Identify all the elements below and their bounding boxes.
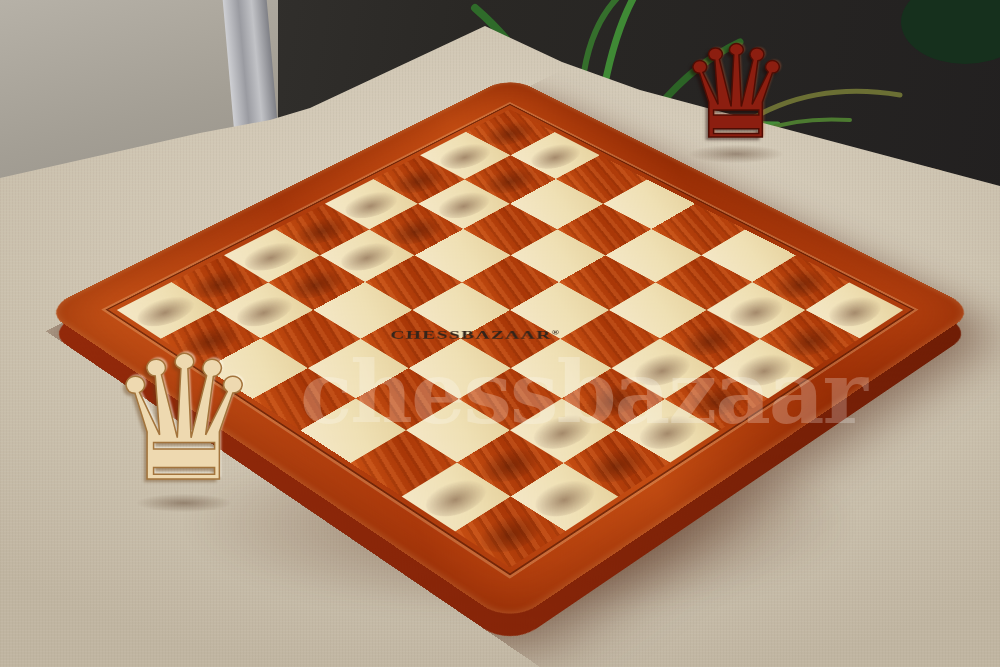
product-photo: ♛ ♜♞♝♛♚♝♞♜♟♟♟♟♟♟♟♟♟♟♟♟♟♟♟♟♜♞♝♛♚♝♞♜ CHESS… [0, 0, 1000, 667]
white-rook-icon: ♜ [444, 392, 577, 540]
white-queen-icon: ♛ [107, 334, 261, 506]
